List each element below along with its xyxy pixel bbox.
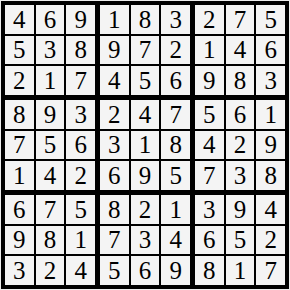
cell-r6c6[interactable]: 5 <box>161 161 190 190</box>
cell-r9c7[interactable]: 8 <box>195 256 224 285</box>
cell-r2c9[interactable]: 6 <box>256 36 285 65</box>
cell-r3c3[interactable]: 7 <box>66 66 95 95</box>
cell-r8c7[interactable]: 6 <box>195 226 224 255</box>
cell-r4c1[interactable]: 8 <box>5 100 34 129</box>
cell-r1c3[interactable]: 9 <box>66 5 95 34</box>
sudoku-boxes: 4695382171839724562751469838937561422473… <box>5 5 285 285</box>
cell-r2c3[interactable]: 8 <box>66 36 95 65</box>
cell-r5c6[interactable]: 8 <box>161 131 190 160</box>
cell-r6c2[interactable]: 4 <box>36 161 65 190</box>
cell-r5c4[interactable]: 3 <box>100 131 129 160</box>
cell-r4c4[interactable]: 2 <box>100 100 129 129</box>
sudoku-box-5: 247318695 <box>100 100 190 190</box>
cell-r6c5[interactable]: 9 <box>131 161 160 190</box>
sudoku-box-4: 893756142 <box>5 100 95 190</box>
cell-r9c4[interactable]: 5 <box>100 256 129 285</box>
cell-r6c7[interactable]: 7 <box>195 161 224 190</box>
cell-r2c8[interactable]: 4 <box>226 36 255 65</box>
cell-r6c3[interactable]: 2 <box>66 161 95 190</box>
cell-r5c8[interactable]: 2 <box>226 131 255 160</box>
cell-r1c2[interactable]: 6 <box>36 5 65 34</box>
sudoku-box-9: 394652817 <box>195 195 285 285</box>
cell-r2c1[interactable]: 5 <box>5 36 34 65</box>
sudoku-box-7: 675981324 <box>5 195 95 285</box>
cell-r9c6[interactable]: 9 <box>161 256 190 285</box>
cell-r7c9[interactable]: 4 <box>256 195 285 224</box>
sudoku-box-1: 469538217 <box>5 5 95 95</box>
cell-r8c8[interactable]: 5 <box>226 226 255 255</box>
cell-r4c6[interactable]: 7 <box>161 100 190 129</box>
cell-r4c2[interactable]: 9 <box>36 100 65 129</box>
cell-r9c2[interactable]: 2 <box>36 256 65 285</box>
cell-r1c5[interactable]: 8 <box>131 5 160 34</box>
cell-r4c8[interactable]: 6 <box>226 100 255 129</box>
cell-r5c7[interactable]: 4 <box>195 131 224 160</box>
cell-r3c5[interactable]: 5 <box>131 66 160 95</box>
sudoku-box-2: 183972456 <box>100 5 190 95</box>
cell-r9c5[interactable]: 6 <box>131 256 160 285</box>
cell-r2c6[interactable]: 2 <box>161 36 190 65</box>
cell-r2c4[interactable]: 9 <box>100 36 129 65</box>
cell-r6c9[interactable]: 8 <box>256 161 285 190</box>
cell-r4c3[interactable]: 3 <box>66 100 95 129</box>
cell-r8c9[interactable]: 2 <box>256 226 285 255</box>
cell-r1c1[interactable]: 4 <box>5 5 34 34</box>
cell-r8c4[interactable]: 7 <box>100 226 129 255</box>
cell-r3c8[interactable]: 8 <box>226 66 255 95</box>
cell-r3c4[interactable]: 4 <box>100 66 129 95</box>
sudoku-box-6: 561429738 <box>195 100 285 190</box>
cell-r5c3[interactable]: 6 <box>66 131 95 160</box>
cell-r7c4[interactable]: 8 <box>100 195 129 224</box>
cell-r5c9[interactable]: 9 <box>256 131 285 160</box>
cell-r8c6[interactable]: 4 <box>161 226 190 255</box>
cell-r3c7[interactable]: 9 <box>195 66 224 95</box>
cell-r6c1[interactable]: 1 <box>5 161 34 190</box>
cell-r8c5[interactable]: 3 <box>131 226 160 255</box>
cell-r6c4[interactable]: 6 <box>100 161 129 190</box>
sudoku-box-8: 821734569 <box>100 195 190 285</box>
cell-r7c3[interactable]: 5 <box>66 195 95 224</box>
sudoku-board: 4695382171839724562751469838937561422473… <box>0 0 290 290</box>
cell-r4c9[interactable]: 1 <box>256 100 285 129</box>
cell-r7c7[interactable]: 3 <box>195 195 224 224</box>
cell-r4c7[interactable]: 5 <box>195 100 224 129</box>
cell-r7c8[interactable]: 9 <box>226 195 255 224</box>
cell-r3c1[interactable]: 2 <box>5 66 34 95</box>
cell-r1c4[interactable]: 1 <box>100 5 129 34</box>
cell-r2c7[interactable]: 1 <box>195 36 224 65</box>
cell-r5c5[interactable]: 1 <box>131 131 160 160</box>
cell-r1c7[interactable]: 2 <box>195 5 224 34</box>
cell-r6c8[interactable]: 3 <box>226 161 255 190</box>
cell-r5c2[interactable]: 5 <box>36 131 65 160</box>
cell-r7c2[interactable]: 7 <box>36 195 65 224</box>
cell-r8c3[interactable]: 1 <box>66 226 95 255</box>
cell-r2c2[interactable]: 3 <box>36 36 65 65</box>
cell-r1c9[interactable]: 5 <box>256 5 285 34</box>
cell-r9c1[interactable]: 3 <box>5 256 34 285</box>
cell-r3c2[interactable]: 1 <box>36 66 65 95</box>
cell-r3c9[interactable]: 3 <box>256 66 285 95</box>
cell-r8c1[interactable]: 9 <box>5 226 34 255</box>
cell-r2c5[interactable]: 7 <box>131 36 160 65</box>
cell-r8c2[interactable]: 8 <box>36 226 65 255</box>
cell-r5c1[interactable]: 7 <box>5 131 34 160</box>
cell-r7c5[interactable]: 2 <box>131 195 160 224</box>
cell-r4c5[interactable]: 4 <box>131 100 160 129</box>
cell-r1c8[interactable]: 7 <box>226 5 255 34</box>
cell-r7c6[interactable]: 1 <box>161 195 190 224</box>
cell-r1c6[interactable]: 3 <box>161 5 190 34</box>
cell-r3c6[interactable]: 6 <box>161 66 190 95</box>
cell-r9c9[interactable]: 7 <box>256 256 285 285</box>
cell-r7c1[interactable]: 6 <box>5 195 34 224</box>
cell-r9c8[interactable]: 1 <box>226 256 255 285</box>
sudoku-box-3: 275146983 <box>195 5 285 95</box>
cell-r9c3[interactable]: 4 <box>66 256 95 285</box>
